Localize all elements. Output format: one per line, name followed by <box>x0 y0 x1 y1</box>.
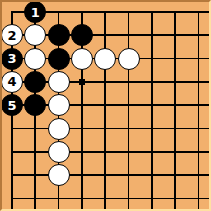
white-stone <box>48 164 70 186</box>
white-stone <box>24 48 46 70</box>
white-stone <box>48 118 70 140</box>
white-stone <box>71 48 93 70</box>
black-stone <box>24 71 46 93</box>
black-stone <box>48 24 70 46</box>
white-stone <box>48 141 70 163</box>
black-stone-move-1: 1 <box>24 1 46 23</box>
white-stone <box>94 48 116 70</box>
black-stone <box>24 94 46 116</box>
stones-layer: 12345 <box>0 0 210 210</box>
black-stone-move-5: 5 <box>1 94 23 116</box>
white-stone-move-4: 4 <box>1 71 23 93</box>
go-board[interactable]: 12345 <box>0 0 211 211</box>
white-stone <box>118 48 140 70</box>
white-stone <box>48 94 70 116</box>
black-stone <box>48 48 70 70</box>
white-stone <box>24 24 46 46</box>
white-stone-move-2: 2 <box>1 24 23 46</box>
black-stone <box>71 24 93 46</box>
black-stone-move-3: 3 <box>1 48 23 70</box>
white-stone <box>48 71 70 93</box>
